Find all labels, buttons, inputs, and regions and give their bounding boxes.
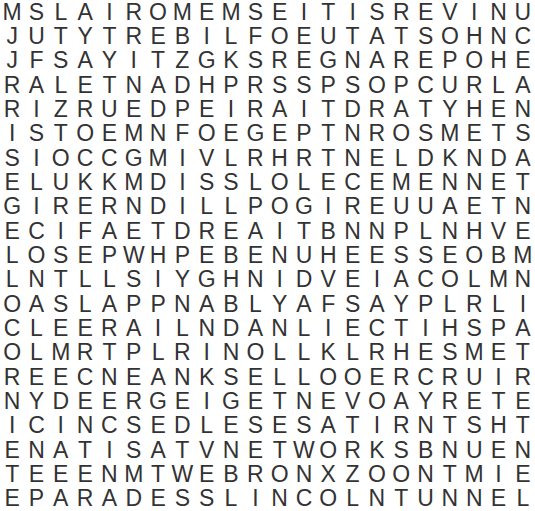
grid-cell-r20c15[interactable]: Z: [340, 462, 364, 486]
grid-cell-r5c14[interactable]: T: [316, 97, 340, 121]
grid-cell-r18c13[interactable]: S: [292, 414, 316, 438]
grid-cell-r15c7[interactable]: L: [146, 341, 170, 365]
grid-cell-r17c4[interactable]: E: [73, 389, 97, 413]
grid-cell-r15c22[interactable]: T: [511, 341, 535, 365]
grid-cell-r6c5[interactable]: E: [97, 122, 121, 146]
grid-cell-r2c9[interactable]: I: [195, 24, 219, 48]
grid-cell-r6c1[interactable]: I: [0, 122, 24, 146]
grid-cell-r6c14[interactable]: T: [316, 122, 340, 146]
grid-cell-r9c22[interactable]: N: [511, 195, 535, 219]
grid-cell-r6c12[interactable]: E: [268, 122, 292, 146]
grid-cell-r6c22[interactable]: S: [511, 122, 535, 146]
grid-cell-r13c6[interactable]: P: [122, 292, 146, 316]
grid-cell-r3c13[interactable]: E: [292, 49, 316, 73]
grid-cell-r5c16[interactable]: R: [365, 97, 389, 121]
grid-cell-r12c8[interactable]: Y: [170, 268, 194, 292]
grid-cell-r7c10[interactable]: L: [219, 146, 243, 170]
grid-cell-r11c9[interactable]: E: [195, 243, 219, 267]
grid-cell-r4c12[interactable]: S: [268, 73, 292, 97]
grid-cell-r15c19[interactable]: S: [438, 341, 462, 365]
grid-cell-r5c19[interactable]: Y: [438, 97, 462, 121]
grid-cell-r6c8[interactable]: F: [170, 122, 194, 146]
grid-cell-r13c10[interactable]: B: [219, 292, 243, 316]
grid-cell-r11c2[interactable]: O: [24, 243, 48, 267]
grid-cell-r8c17[interactable]: M: [389, 170, 413, 194]
grid-cell-r16c18[interactable]: C: [413, 365, 437, 389]
grid-cell-r9c14[interactable]: I: [316, 195, 340, 219]
grid-cell-r4c8[interactable]: D: [170, 73, 194, 97]
grid-cell-r21c22[interactable]: L: [511, 487, 535, 511]
grid-cell-r12c5[interactable]: L: [97, 268, 121, 292]
grid-cell-r14c18[interactable]: I: [413, 316, 437, 340]
grid-cell-r16c14[interactable]: O: [316, 365, 340, 389]
grid-cell-r4c9[interactable]: H: [195, 73, 219, 97]
grid-cell-r8c20[interactable]: N: [462, 170, 486, 194]
grid-cell-r12c16[interactable]: I: [365, 268, 389, 292]
grid-cell-r13c22[interactable]: I: [511, 292, 535, 316]
grid-cell-r10c19[interactable]: N: [438, 219, 462, 243]
grid-cell-r18c1[interactable]: I: [0, 414, 24, 438]
grid-cell-r12c17[interactable]: A: [389, 268, 413, 292]
grid-cell-r13c9[interactable]: A: [195, 292, 219, 316]
grid-cell-r9c11[interactable]: P: [243, 195, 267, 219]
grid-cell-r2c17[interactable]: T: [389, 24, 413, 48]
grid-cell-r15c12[interactable]: L: [268, 341, 292, 365]
grid-cell-r15c2[interactable]: L: [24, 341, 48, 365]
grid-cell-r4c7[interactable]: A: [146, 73, 170, 97]
grid-cell-r11c18[interactable]: S: [413, 243, 437, 267]
grid-cell-r20c5[interactable]: N: [97, 462, 121, 486]
grid-cell-r13c3[interactable]: S: [49, 292, 73, 316]
grid-cell-r6c20[interactable]: E: [462, 122, 486, 146]
grid-cell-r1c5[interactable]: I: [97, 0, 121, 24]
grid-cell-r21c9[interactable]: S: [195, 487, 219, 511]
grid-cell-r19c13[interactable]: W: [292, 438, 316, 462]
grid-cell-r11c4[interactable]: E: [73, 243, 97, 267]
grid-cell-r20c10[interactable]: B: [219, 462, 243, 486]
grid-cell-r15c17[interactable]: H: [389, 341, 413, 365]
grid-cell-r5c21[interactable]: E: [486, 97, 510, 121]
grid-cell-r21c20[interactable]: N: [462, 487, 486, 511]
grid-cell-r7c1[interactable]: S: [0, 146, 24, 170]
grid-cell-r12c22[interactable]: N: [511, 268, 535, 292]
grid-cell-r7c12[interactable]: H: [268, 146, 292, 170]
grid-cell-r6c19[interactable]: M: [438, 122, 462, 146]
grid-cell-r20c13[interactable]: N: [292, 462, 316, 486]
grid-cell-r15c16[interactable]: R: [365, 341, 389, 365]
grid-cell-r3c21[interactable]: H: [486, 49, 510, 73]
grid-cell-r13c1[interactable]: O: [0, 292, 24, 316]
grid-cell-r18c10[interactable]: E: [219, 414, 243, 438]
grid-cell-r13c17[interactable]: Y: [389, 292, 413, 316]
grid-cell-r9c8[interactable]: I: [170, 195, 194, 219]
grid-cell-r17c6[interactable]: R: [122, 389, 146, 413]
grid-cell-r18c2[interactable]: C: [24, 414, 48, 438]
grid-cell-r3c1[interactable]: J: [0, 49, 24, 73]
grid-cell-r5c10[interactable]: I: [219, 97, 243, 121]
grid-cell-r10c22[interactable]: E: [511, 219, 535, 243]
grid-cell-r2c19[interactable]: O: [438, 24, 462, 48]
grid-cell-r11c22[interactable]: M: [511, 243, 535, 267]
grid-cell-r9c15[interactable]: R: [340, 195, 364, 219]
grid-cell-r11c5[interactable]: P: [97, 243, 121, 267]
grid-cell-r18c7[interactable]: E: [146, 414, 170, 438]
grid-cell-r9c16[interactable]: E: [365, 195, 389, 219]
grid-cell-r14c7[interactable]: I: [146, 316, 170, 340]
grid-cell-r17c10[interactable]: G: [219, 389, 243, 413]
grid-cell-r19c17[interactable]: S: [389, 438, 413, 462]
grid-cell-r3c8[interactable]: Z: [170, 49, 194, 73]
grid-cell-r12c20[interactable]: L: [462, 268, 486, 292]
grid-cell-r21c1[interactable]: E: [0, 487, 24, 511]
grid-cell-r13c20[interactable]: R: [462, 292, 486, 316]
grid-cell-r21c4[interactable]: R: [73, 487, 97, 511]
grid-cell-r2c10[interactable]: L: [219, 24, 243, 48]
grid-cell-r19c2[interactable]: N: [24, 438, 48, 462]
grid-cell-r17c1[interactable]: N: [0, 389, 24, 413]
grid-cell-r19c3[interactable]: A: [49, 438, 73, 462]
grid-cell-r19c18[interactable]: B: [413, 438, 437, 462]
grid-cell-r3c17[interactable]: R: [389, 49, 413, 73]
grid-cell-r10c9[interactable]: R: [195, 219, 219, 243]
grid-cell-r6c21[interactable]: T: [486, 122, 510, 146]
grid-cell-r5c9[interactable]: E: [195, 97, 219, 121]
grid-cell-r19c5[interactable]: I: [97, 438, 121, 462]
grid-cell-r6c17[interactable]: O: [389, 122, 413, 146]
grid-cell-r15c11[interactable]: O: [243, 341, 267, 365]
grid-cell-r12c3[interactable]: T: [49, 268, 73, 292]
grid-cell-r21c18[interactable]: U: [413, 487, 437, 511]
grid-cell-r8c2[interactable]: L: [24, 170, 48, 194]
grid-cell-r21c15[interactable]: L: [340, 487, 364, 511]
grid-cell-r8c18[interactable]: E: [413, 170, 437, 194]
grid-cell-r17c8[interactable]: E: [170, 389, 194, 413]
grid-cell-r12c13[interactable]: D: [292, 268, 316, 292]
grid-cell-r16c22[interactable]: R: [511, 365, 535, 389]
grid-cell-r20c7[interactable]: T: [146, 462, 170, 486]
grid-cell-r18c14[interactable]: A: [316, 414, 340, 438]
grid-cell-r17c16[interactable]: O: [365, 389, 389, 413]
grid-cell-r18c19[interactable]: T: [438, 414, 462, 438]
grid-cell-r13c14[interactable]: F: [316, 292, 340, 316]
grid-cell-r14c1[interactable]: C: [0, 316, 24, 340]
grid-cell-r11c15[interactable]: E: [340, 243, 364, 267]
grid-cell-r17c14[interactable]: E: [316, 389, 340, 413]
grid-cell-r9c6[interactable]: N: [122, 195, 146, 219]
grid-cell-r12c14[interactable]: V: [316, 268, 340, 292]
grid-cell-r6c10[interactable]: E: [219, 122, 243, 146]
grid-cell-r16c6[interactable]: E: [122, 365, 146, 389]
grid-cell-r10c12[interactable]: I: [268, 219, 292, 243]
grid-cell-r3c7[interactable]: T: [146, 49, 170, 73]
grid-cell-r4c20[interactable]: R: [462, 73, 486, 97]
grid-cell-r15c18[interactable]: E: [413, 341, 437, 365]
grid-cell-r8c15[interactable]: C: [340, 170, 364, 194]
grid-cell-r8c22[interactable]: T: [511, 170, 535, 194]
grid-cell-r13c12[interactable]: Y: [268, 292, 292, 316]
grid-cell-r11c7[interactable]: H: [146, 243, 170, 267]
grid-cell-r3c19[interactable]: P: [438, 49, 462, 73]
grid-cell-r14c5[interactable]: R: [97, 316, 121, 340]
grid-cell-r15c10[interactable]: N: [219, 341, 243, 365]
grid-cell-r8c1[interactable]: E: [0, 170, 24, 194]
grid-cell-r18c12[interactable]: E: [268, 414, 292, 438]
grid-cell-r16c16[interactable]: E: [365, 365, 389, 389]
grid-cell-r5c12[interactable]: A: [268, 97, 292, 121]
grid-cell-r8c21[interactable]: E: [486, 170, 510, 194]
grid-cell-r10c14[interactable]: B: [316, 219, 340, 243]
grid-cell-r14c22[interactable]: A: [511, 316, 535, 340]
grid-cell-r17c15[interactable]: V: [340, 389, 364, 413]
grid-cell-r19c20[interactable]: U: [462, 438, 486, 462]
grid-cell-r1c15[interactable]: I: [340, 0, 364, 24]
grid-cell-r18c22[interactable]: T: [511, 414, 535, 438]
grid-cell-r2c11[interactable]: F: [243, 24, 267, 48]
grid-cell-r7c4[interactable]: C: [73, 146, 97, 170]
grid-cell-r16c13[interactable]: L: [292, 365, 316, 389]
grid-cell-r15c20[interactable]: M: [462, 341, 486, 365]
grid-cell-r6c2[interactable]: S: [24, 122, 48, 146]
grid-cell-r1c22[interactable]: U: [511, 0, 535, 24]
grid-cell-r17c5[interactable]: E: [97, 389, 121, 413]
grid-cell-r19c16[interactable]: K: [365, 438, 389, 462]
grid-cell-r10c11[interactable]: A: [243, 219, 267, 243]
grid-cell-r14c4[interactable]: E: [73, 316, 97, 340]
grid-cell-r9c21[interactable]: T: [486, 195, 510, 219]
grid-cell-r16c19[interactable]: R: [438, 365, 462, 389]
grid-cell-r11c12[interactable]: N: [268, 243, 292, 267]
grid-cell-r4c6[interactable]: N: [122, 73, 146, 97]
grid-cell-r21c13[interactable]: C: [292, 487, 316, 511]
grid-cell-r15c5[interactable]: T: [97, 341, 121, 365]
grid-cell-r9c13[interactable]: G: [292, 195, 316, 219]
grid-cell-r4c18[interactable]: C: [413, 73, 437, 97]
grid-cell-r7c18[interactable]: D: [413, 146, 437, 170]
grid-cell-r18c15[interactable]: T: [340, 414, 364, 438]
grid-cell-r16c17[interactable]: R: [389, 365, 413, 389]
grid-cell-r7c9[interactable]: V: [195, 146, 219, 170]
grid-cell-r8c11[interactable]: L: [243, 170, 267, 194]
grid-cell-r15c4[interactable]: R: [73, 341, 97, 365]
grid-cell-r17c21[interactable]: T: [486, 389, 510, 413]
grid-cell-r5c17[interactable]: A: [389, 97, 413, 121]
grid-cell-r12c11[interactable]: N: [243, 268, 267, 292]
grid-cell-r5c3[interactable]: Z: [49, 97, 73, 121]
grid-cell-r13c15[interactable]: S: [340, 292, 364, 316]
grid-cell-r9c7[interactable]: D: [146, 195, 170, 219]
grid-cell-r8c9[interactable]: S: [195, 170, 219, 194]
grid-cell-r14c12[interactable]: N: [268, 316, 292, 340]
grid-cell-r20c2[interactable]: E: [24, 462, 48, 486]
grid-cell-r1c11[interactable]: S: [243, 0, 267, 24]
grid-cell-r1c17[interactable]: R: [389, 0, 413, 24]
grid-cell-r21c12[interactable]: N: [268, 487, 292, 511]
grid-cell-r21c10[interactable]: L: [219, 487, 243, 511]
grid-cell-r12c18[interactable]: C: [413, 268, 437, 292]
grid-cell-r1c18[interactable]: E: [413, 0, 437, 24]
grid-cell-r13c11[interactable]: L: [243, 292, 267, 316]
grid-cell-r5c6[interactable]: E: [122, 97, 146, 121]
grid-cell-r14c19[interactable]: H: [438, 316, 462, 340]
grid-cell-r10c20[interactable]: H: [462, 219, 486, 243]
grid-cell-r10c16[interactable]: N: [365, 219, 389, 243]
grid-cell-r18c5[interactable]: C: [97, 414, 121, 438]
grid-cell-r11c3[interactable]: S: [49, 243, 73, 267]
grid-cell-r16c10[interactable]: S: [219, 365, 243, 389]
grid-cell-r20c1[interactable]: T: [0, 462, 24, 486]
grid-cell-r8c12[interactable]: O: [268, 170, 292, 194]
grid-cell-r3c2[interactable]: F: [24, 49, 48, 73]
grid-cell-r13c7[interactable]: P: [146, 292, 170, 316]
grid-cell-r7c16[interactable]: E: [365, 146, 389, 170]
grid-cell-r20c9[interactable]: E: [195, 462, 219, 486]
grid-cell-r1c10[interactable]: M: [219, 0, 243, 24]
grid-cell-r8c4[interactable]: K: [73, 170, 97, 194]
grid-cell-r1c6[interactable]: R: [122, 0, 146, 24]
grid-cell-r21c5[interactable]: A: [97, 487, 121, 511]
grid-cell-r9c12[interactable]: O: [268, 195, 292, 219]
grid-cell-r3c12[interactable]: R: [268, 49, 292, 73]
grid-cell-r1c7[interactable]: O: [146, 0, 170, 24]
grid-cell-r7c19[interactable]: K: [438, 146, 462, 170]
grid-cell-r12c12[interactable]: I: [268, 268, 292, 292]
grid-cell-r21c19[interactable]: N: [438, 487, 462, 511]
grid-cell-r16c2[interactable]: E: [24, 365, 48, 389]
grid-cell-r18c16[interactable]: I: [365, 414, 389, 438]
grid-cell-r16c20[interactable]: U: [462, 365, 486, 389]
grid-cell-r6c16[interactable]: R: [365, 122, 389, 146]
grid-cell-r1c19[interactable]: V: [438, 0, 462, 24]
grid-cell-r13c16[interactable]: A: [365, 292, 389, 316]
grid-cell-r16c4[interactable]: C: [73, 365, 97, 389]
grid-cell-r17c11[interactable]: E: [243, 389, 267, 413]
grid-cell-r4c21[interactable]: L: [486, 73, 510, 97]
grid-cell-r4c3[interactable]: L: [49, 73, 73, 97]
grid-cell-r17c17[interactable]: A: [389, 389, 413, 413]
grid-cell-r16c3[interactable]: E: [49, 365, 73, 389]
grid-cell-r8c7[interactable]: D: [146, 170, 170, 194]
grid-cell-r11c17[interactable]: S: [389, 243, 413, 267]
grid-cell-r2c4[interactable]: Y: [73, 24, 97, 48]
grid-cell-r11c20[interactable]: O: [462, 243, 486, 267]
grid-cell-r21c7[interactable]: E: [146, 487, 170, 511]
grid-cell-r1c21[interactable]: N: [486, 0, 510, 24]
grid-cell-r14c10[interactable]: D: [219, 316, 243, 340]
grid-cell-r2c20[interactable]: H: [462, 24, 486, 48]
grid-cell-r3c9[interactable]: G: [195, 49, 219, 73]
grid-cell-r19c1[interactable]: E: [0, 438, 24, 462]
grid-cell-r10c10[interactable]: E: [219, 219, 243, 243]
grid-cell-r4c10[interactable]: P: [219, 73, 243, 97]
grid-cell-r21c8[interactable]: S: [170, 487, 194, 511]
grid-cell-r8c10[interactable]: S: [219, 170, 243, 194]
grid-cell-r16c8[interactable]: N: [170, 365, 194, 389]
grid-cell-r10c1[interactable]: E: [0, 219, 24, 243]
grid-cell-r2c21[interactable]: N: [486, 24, 510, 48]
grid-cell-r3c20[interactable]: O: [462, 49, 486, 73]
grid-cell-r11c14[interactable]: H: [316, 243, 340, 267]
grid-cell-r14c3[interactable]: E: [49, 316, 73, 340]
grid-cell-r14c9[interactable]: N: [195, 316, 219, 340]
grid-cell-r9c3[interactable]: R: [49, 195, 73, 219]
grid-cell-r4c14[interactable]: P: [316, 73, 340, 97]
grid-cell-r2c3[interactable]: T: [49, 24, 73, 48]
grid-cell-r7c8[interactable]: I: [170, 146, 194, 170]
grid-cell-r10c5[interactable]: A: [97, 219, 121, 243]
grid-cell-r21c2[interactable]: P: [24, 487, 48, 511]
grid-cell-r9c5[interactable]: R: [97, 195, 121, 219]
grid-cell-r15c21[interactable]: E: [486, 341, 510, 365]
grid-cell-r20c18[interactable]: N: [413, 462, 437, 486]
grid-cell-r5c18[interactable]: T: [413, 97, 437, 121]
grid-cell-r3c18[interactable]: E: [413, 49, 437, 73]
grid-cell-r4c22[interactable]: A: [511, 73, 535, 97]
grid-cell-r9c1[interactable]: G: [0, 195, 24, 219]
grid-cell-r3c4[interactable]: A: [73, 49, 97, 73]
grid-cell-r1c4[interactable]: A: [73, 0, 97, 24]
grid-cell-r13c4[interactable]: L: [73, 292, 97, 316]
grid-cell-r14c21[interactable]: P: [486, 316, 510, 340]
grid-cell-r17c20[interactable]: E: [462, 389, 486, 413]
grid-cell-r4c13[interactable]: S: [292, 73, 316, 97]
grid-cell-r3c22[interactable]: E: [511, 49, 535, 73]
grid-cell-r18c21[interactable]: H: [486, 414, 510, 438]
grid-cell-r10c6[interactable]: E: [122, 219, 146, 243]
grid-cell-r19c12[interactable]: T: [268, 438, 292, 462]
grid-cell-r9c17[interactable]: U: [389, 195, 413, 219]
grid-cell-r6c9[interactable]: O: [195, 122, 219, 146]
grid-cell-r16c7[interactable]: A: [146, 365, 170, 389]
grid-cell-r13c13[interactable]: A: [292, 292, 316, 316]
grid-cell-r9c20[interactable]: E: [462, 195, 486, 219]
grid-cell-r10c7[interactable]: T: [146, 219, 170, 243]
grid-cell-r20c22[interactable]: E: [511, 462, 535, 486]
grid-cell-r8c3[interactable]: U: [49, 170, 73, 194]
grid-cell-r6c6[interactable]: M: [122, 122, 146, 146]
grid-cell-r17c9[interactable]: I: [195, 389, 219, 413]
grid-cell-r5c13[interactable]: I: [292, 97, 316, 121]
grid-cell-r2c2[interactable]: U: [24, 24, 48, 48]
grid-cell-r2c14[interactable]: U: [316, 24, 340, 48]
grid-cell-r8c14[interactable]: E: [316, 170, 340, 194]
grid-cell-r11c6[interactable]: W: [122, 243, 146, 267]
grid-cell-r5c11[interactable]: R: [243, 97, 267, 121]
grid-cell-r5c8[interactable]: P: [170, 97, 194, 121]
grid-cell-r7c3[interactable]: O: [49, 146, 73, 170]
grid-cell-r6c18[interactable]: S: [413, 122, 437, 146]
grid-cell-r9c4[interactable]: E: [73, 195, 97, 219]
grid-cell-r19c7[interactable]: A: [146, 438, 170, 462]
grid-cell-r5c7[interactable]: D: [146, 97, 170, 121]
grid-cell-r4c19[interactable]: U: [438, 73, 462, 97]
grid-cell-r2c8[interactable]: B: [170, 24, 194, 48]
grid-cell-r21c11[interactable]: I: [243, 487, 267, 511]
grid-cell-r14c11[interactable]: A: [243, 316, 267, 340]
grid-cell-r8c13[interactable]: L: [292, 170, 316, 194]
grid-cell-r12c9[interactable]: G: [195, 268, 219, 292]
grid-cell-r1c16[interactable]: S: [365, 0, 389, 24]
grid-cell-r15c1[interactable]: O: [0, 341, 24, 365]
grid-cell-r7c15[interactable]: N: [340, 146, 364, 170]
grid-cell-r18c8[interactable]: D: [170, 414, 194, 438]
grid-cell-r10c17[interactable]: P: [389, 219, 413, 243]
grid-cell-r1c9[interactable]: E: [195, 0, 219, 24]
grid-cell-r20c20[interactable]: M: [462, 462, 486, 486]
grid-cell-r11c10[interactable]: B: [219, 243, 243, 267]
grid-cell-r19c9[interactable]: V: [195, 438, 219, 462]
grid-cell-r19c8[interactable]: T: [170, 438, 194, 462]
grid-cell-r20c14[interactable]: X: [316, 462, 340, 486]
